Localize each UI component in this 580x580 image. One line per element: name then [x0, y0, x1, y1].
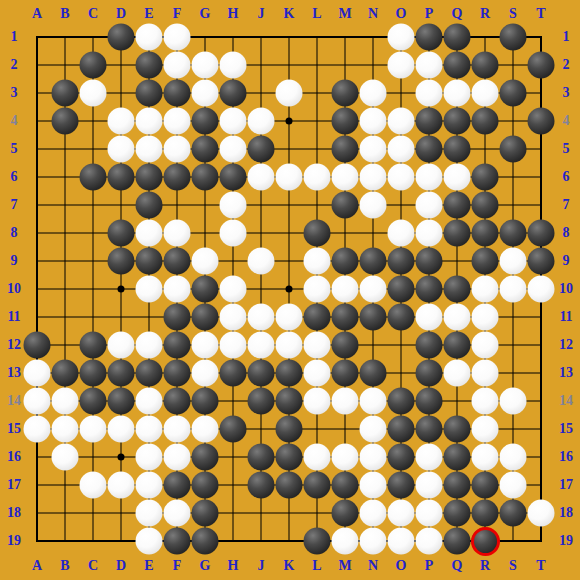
stone-white-P7[interactable]: [416, 192, 443, 219]
stone-white-P18[interactable]: [416, 500, 443, 527]
stone-white-R14[interactable]: [472, 388, 499, 415]
stone-black-M7[interactable]: [332, 192, 359, 219]
column-label-top: J: [249, 6, 273, 22]
stone-black-C2[interactable]: [80, 52, 107, 79]
stone-white-Q3[interactable]: [444, 80, 471, 107]
row-label-left: 12: [2, 337, 26, 353]
stone-white-T18[interactable]: [528, 500, 555, 527]
stone-black-D9[interactable]: [108, 248, 135, 275]
stone-black-S8[interactable]: [500, 220, 527, 247]
column-label-bottom: A: [25, 558, 49, 574]
stone-black-B3[interactable]: [52, 80, 79, 107]
stone-black-Q16[interactable]: [444, 444, 471, 471]
stone-white-R3[interactable]: [472, 80, 499, 107]
stone-black-F14[interactable]: [164, 388, 191, 415]
stone-black-D6[interactable]: [108, 164, 135, 191]
stone-white-H12[interactable]: [220, 332, 247, 359]
stone-white-E18[interactable]: [136, 500, 163, 527]
column-label-top: P: [417, 6, 441, 22]
stone-black-J5[interactable]: [248, 136, 275, 163]
stone-black-R7[interactable]: [472, 192, 499, 219]
stone-black-J13[interactable]: [248, 360, 275, 387]
stone-black-F3[interactable]: [164, 80, 191, 107]
row-label-right: 11: [554, 309, 578, 325]
stone-black-C14[interactable]: [80, 388, 107, 415]
stone-white-N5[interactable]: [360, 136, 387, 163]
stone-white-G2[interactable]: [192, 52, 219, 79]
stone-white-O6[interactable]: [388, 164, 415, 191]
stone-black-F6[interactable]: [164, 164, 191, 191]
stone-white-J11[interactable]: [248, 304, 275, 331]
stone-white-G12[interactable]: [192, 332, 219, 359]
stone-white-D4[interactable]: [108, 108, 135, 135]
stone-black-Q8[interactable]: [444, 220, 471, 247]
stone-white-N16[interactable]: [360, 444, 387, 471]
stone-black-L19[interactable]: [304, 528, 331, 555]
stone-black-D13[interactable]: [108, 360, 135, 387]
stone-black-G10[interactable]: [192, 276, 219, 303]
stone-white-H10[interactable]: [220, 276, 247, 303]
row-label-left: 10: [2, 281, 26, 297]
stone-white-Q6[interactable]: [444, 164, 471, 191]
stone-black-O15[interactable]: [388, 416, 415, 443]
stone-white-R13[interactable]: [472, 360, 499, 387]
row-label-left: 9: [2, 253, 26, 269]
stone-black-M12[interactable]: [332, 332, 359, 359]
stone-black-R4[interactable]: [472, 108, 499, 135]
column-label-top: N: [361, 6, 385, 22]
stone-black-M3[interactable]: [332, 80, 359, 107]
stone-white-P19[interactable]: [416, 528, 443, 555]
stone-white-S17[interactable]: [500, 472, 527, 499]
stone-black-A12[interactable]: [24, 332, 51, 359]
column-label-bottom: B: [53, 558, 77, 574]
stone-black-E6[interactable]: [136, 164, 163, 191]
stone-black-Q12[interactable]: [444, 332, 471, 359]
stone-white-H7[interactable]: [220, 192, 247, 219]
column-label-bottom: L: [305, 558, 329, 574]
stone-black-G18[interactable]: [192, 500, 219, 527]
stone-white-O4[interactable]: [388, 108, 415, 135]
stone-black-O14[interactable]: [388, 388, 415, 415]
stone-white-F5[interactable]: [164, 136, 191, 163]
stone-black-D14[interactable]: [108, 388, 135, 415]
stone-white-L9[interactable]: [304, 248, 331, 275]
stone-white-F4[interactable]: [164, 108, 191, 135]
stone-black-M18[interactable]: [332, 500, 359, 527]
stone-white-N3[interactable]: [360, 80, 387, 107]
stone-black-R18[interactable]: [472, 500, 499, 527]
stone-white-C15[interactable]: [80, 416, 107, 443]
stone-white-N10[interactable]: [360, 276, 387, 303]
stone-black-G19[interactable]: [192, 528, 219, 555]
stone-white-A13[interactable]: [24, 360, 51, 387]
stone-white-E14[interactable]: [136, 388, 163, 415]
stone-black-M5[interactable]: [332, 136, 359, 163]
stone-white-K3[interactable]: [276, 80, 303, 107]
stone-black-M17[interactable]: [332, 472, 359, 499]
stone-white-N14[interactable]: [360, 388, 387, 415]
stone-black-R2[interactable]: [472, 52, 499, 79]
column-label-top: K: [277, 6, 301, 22]
stone-black-K14[interactable]: [276, 388, 303, 415]
stone-black-F19[interactable]: [164, 528, 191, 555]
stone-white-F18[interactable]: [164, 500, 191, 527]
row-label-right: 6: [554, 169, 578, 185]
stone-black-N11[interactable]: [360, 304, 387, 331]
stone-white-D17[interactable]: [108, 472, 135, 499]
stone-black-O17[interactable]: [388, 472, 415, 499]
row-label-right: 16: [554, 449, 578, 465]
stone-white-P11[interactable]: [416, 304, 443, 331]
column-label-bottom: G: [193, 558, 217, 574]
stone-white-G3[interactable]: [192, 80, 219, 107]
stone-black-T9[interactable]: [528, 248, 555, 275]
stone-white-E1[interactable]: [136, 24, 163, 51]
stone-black-R19[interactable]: [472, 528, 499, 555]
stone-black-E9[interactable]: [136, 248, 163, 275]
stone-white-E5[interactable]: [136, 136, 163, 163]
row-label-right: 1: [554, 29, 578, 45]
stone-white-F15[interactable]: [164, 416, 191, 443]
row-label-right: 15: [554, 421, 578, 437]
stone-black-O16[interactable]: [388, 444, 415, 471]
stone-black-O9[interactable]: [388, 248, 415, 275]
stone-black-S3[interactable]: [500, 80, 527, 107]
column-label-bottom: N: [361, 558, 385, 574]
stone-white-B16[interactable]: [52, 444, 79, 471]
stone-white-K6[interactable]: [276, 164, 303, 191]
row-label-left: 18: [2, 505, 26, 521]
stone-white-P6[interactable]: [416, 164, 443, 191]
stone-white-K11[interactable]: [276, 304, 303, 331]
stone-white-P2[interactable]: [416, 52, 443, 79]
stone-white-A14[interactable]: [24, 388, 51, 415]
row-label-right: 3: [554, 85, 578, 101]
stone-white-E19[interactable]: [136, 528, 163, 555]
stone-white-M16[interactable]: [332, 444, 359, 471]
stone-black-Q2[interactable]: [444, 52, 471, 79]
row-label-left: 2: [2, 57, 26, 73]
stone-black-G16[interactable]: [192, 444, 219, 471]
stone-white-K12[interactable]: [276, 332, 303, 359]
stone-white-R15[interactable]: [472, 416, 499, 443]
stone-black-J16[interactable]: [248, 444, 275, 471]
stone-white-E8[interactable]: [136, 220, 163, 247]
stone-black-P10[interactable]: [416, 276, 443, 303]
stone-white-L12[interactable]: [304, 332, 331, 359]
stone-black-F11[interactable]: [164, 304, 191, 331]
stone-white-O2[interactable]: [388, 52, 415, 79]
stone-white-Q11[interactable]: [444, 304, 471, 331]
stone-white-N15[interactable]: [360, 416, 387, 443]
stone-white-L13[interactable]: [304, 360, 331, 387]
column-label-top: S: [501, 6, 525, 22]
stone-white-H5[interactable]: [220, 136, 247, 163]
stone-white-J12[interactable]: [248, 332, 275, 359]
stone-black-T8[interactable]: [528, 220, 555, 247]
stone-black-Q7[interactable]: [444, 192, 471, 219]
row-label-right: 2: [554, 57, 578, 73]
stone-white-E4[interactable]: [136, 108, 163, 135]
stone-black-H6[interactable]: [220, 164, 247, 191]
stone-black-G11[interactable]: [192, 304, 219, 331]
stone-white-E12[interactable]: [136, 332, 163, 359]
row-label-left: 13: [2, 365, 26, 381]
column-label-top: B: [53, 6, 77, 22]
stone-black-H13[interactable]: [220, 360, 247, 387]
stone-black-Q10[interactable]: [444, 276, 471, 303]
stone-white-G15[interactable]: [192, 416, 219, 443]
row-label-left: 15: [2, 421, 26, 437]
row-label-right: 10: [554, 281, 578, 297]
stone-black-E3[interactable]: [136, 80, 163, 107]
stone-white-F10[interactable]: [164, 276, 191, 303]
stone-white-S14[interactable]: [500, 388, 527, 415]
stone-black-Q17[interactable]: [444, 472, 471, 499]
stone-white-A15[interactable]: [24, 416, 51, 443]
stone-black-G17[interactable]: [192, 472, 219, 499]
stone-black-R8[interactable]: [472, 220, 499, 247]
stone-white-D15[interactable]: [108, 416, 135, 443]
stone-black-P15[interactable]: [416, 416, 443, 443]
stone-black-Q5[interactable]: [444, 136, 471, 163]
stone-black-G4[interactable]: [192, 108, 219, 135]
stone-white-H11[interactable]: [220, 304, 247, 331]
stone-white-O5[interactable]: [388, 136, 415, 163]
stone-white-R16[interactable]: [472, 444, 499, 471]
stone-black-R17[interactable]: [472, 472, 499, 499]
stone-white-T10[interactable]: [528, 276, 555, 303]
row-label-right: 8: [554, 225, 578, 241]
row-label-right: 12: [554, 337, 578, 353]
stone-black-F9[interactable]: [164, 248, 191, 275]
stone-black-P13[interactable]: [416, 360, 443, 387]
row-label-left: 19: [2, 533, 26, 549]
stone-white-F16[interactable]: [164, 444, 191, 471]
stone-black-E2[interactable]: [136, 52, 163, 79]
stone-white-C3[interactable]: [80, 80, 107, 107]
stone-white-L10[interactable]: [304, 276, 331, 303]
stone-black-C6[interactable]: [80, 164, 107, 191]
stone-black-G5[interactable]: [192, 136, 219, 163]
stone-black-Q15[interactable]: [444, 416, 471, 443]
stone-black-D1[interactable]: [108, 24, 135, 51]
stone-black-D8[interactable]: [108, 220, 135, 247]
stone-black-S1[interactable]: [500, 24, 527, 51]
stone-black-O10[interactable]: [388, 276, 415, 303]
stone-black-M11[interactable]: [332, 304, 359, 331]
stone-white-M6[interactable]: [332, 164, 359, 191]
stone-white-F8[interactable]: [164, 220, 191, 247]
stone-white-D12[interactable]: [108, 332, 135, 359]
stone-white-G9[interactable]: [192, 248, 219, 275]
stone-black-Q4[interactable]: [444, 108, 471, 135]
star-point: [286, 286, 293, 293]
stone-black-L11[interactable]: [304, 304, 331, 331]
stone-white-F1[interactable]: [164, 24, 191, 51]
column-label-top: T: [529, 6, 553, 22]
row-label-right: 4: [554, 113, 578, 129]
row-label-left: 8: [2, 225, 26, 241]
stone-black-P1[interactable]: [416, 24, 443, 51]
stone-black-R9[interactable]: [472, 248, 499, 275]
stone-white-M14[interactable]: [332, 388, 359, 415]
stone-black-H3[interactable]: [220, 80, 247, 107]
column-label-bottom: H: [221, 558, 245, 574]
stone-black-B4[interactable]: [52, 108, 79, 135]
stone-white-D5[interactable]: [108, 136, 135, 163]
stone-white-J4[interactable]: [248, 108, 275, 135]
stone-white-E10[interactable]: [136, 276, 163, 303]
column-label-bottom: S: [501, 558, 525, 574]
stone-white-L6[interactable]: [304, 164, 331, 191]
column-label-bottom: E: [137, 558, 161, 574]
stone-black-K16[interactable]: [276, 444, 303, 471]
stone-white-M19[interactable]: [332, 528, 359, 555]
stone-white-R10[interactable]: [472, 276, 499, 303]
stone-black-E13[interactable]: [136, 360, 163, 387]
stone-white-H8[interactable]: [220, 220, 247, 247]
stone-white-P16[interactable]: [416, 444, 443, 471]
column-label-bottom: P: [417, 558, 441, 574]
stone-white-N6[interactable]: [360, 164, 387, 191]
row-label-left: 14: [2, 393, 26, 409]
stone-black-L17[interactable]: [304, 472, 331, 499]
row-label-left: 6: [2, 169, 26, 185]
star-point: [118, 286, 125, 293]
column-label-bottom: K: [277, 558, 301, 574]
stone-black-Q1[interactable]: [444, 24, 471, 51]
stone-black-P9[interactable]: [416, 248, 443, 275]
row-label-left: 16: [2, 449, 26, 465]
stone-white-S16[interactable]: [500, 444, 527, 471]
stone-black-K17[interactable]: [276, 472, 303, 499]
star-point: [286, 118, 293, 125]
stone-black-J14[interactable]: [248, 388, 275, 415]
stone-white-E17[interactable]: [136, 472, 163, 499]
stone-black-F12[interactable]: [164, 332, 191, 359]
stone-white-N4[interactable]: [360, 108, 387, 135]
column-label-top: E: [137, 6, 161, 22]
row-label-right: 19: [554, 533, 578, 549]
column-label-top: H: [221, 6, 245, 22]
stone-black-C12[interactable]: [80, 332, 107, 359]
stone-white-Q13[interactable]: [444, 360, 471, 387]
column-label-bottom: M: [333, 558, 357, 574]
stone-black-Q19[interactable]: [444, 528, 471, 555]
stone-black-S18[interactable]: [500, 500, 527, 527]
stone-black-P12[interactable]: [416, 332, 443, 359]
stone-white-H2[interactable]: [220, 52, 247, 79]
column-label-bottom: R: [473, 558, 497, 574]
stone-black-M13[interactable]: [332, 360, 359, 387]
stone-white-R11[interactable]: [472, 304, 499, 331]
stone-black-M9[interactable]: [332, 248, 359, 275]
stone-white-H4[interactable]: [220, 108, 247, 135]
column-label-top: D: [109, 6, 133, 22]
stone-white-N7[interactable]: [360, 192, 387, 219]
stone-white-O18[interactable]: [388, 500, 415, 527]
go-board[interactable]: AABBCCDDEEFFGGHHJJKKLLMMNNOOPPQQRRSSTT11…: [0, 0, 580, 580]
row-label-left: 17: [2, 477, 26, 493]
row-label-left: 1: [2, 29, 26, 45]
stone-white-G13[interactable]: [192, 360, 219, 387]
row-label-right: 18: [554, 505, 578, 521]
stone-white-O1[interactable]: [388, 24, 415, 51]
stone-white-L16[interactable]: [304, 444, 331, 471]
stone-black-G14[interactable]: [192, 388, 219, 415]
column-label-bottom: J: [249, 558, 273, 574]
stone-white-C17[interactable]: [80, 472, 107, 499]
column-label-top: O: [389, 6, 413, 22]
column-label-top: L: [305, 6, 329, 22]
stone-white-S9[interactable]: [500, 248, 527, 275]
stone-black-F17[interactable]: [164, 472, 191, 499]
stone-white-B14[interactable]: [52, 388, 79, 415]
column-label-bottom: D: [109, 558, 133, 574]
stone-white-P17[interactable]: [416, 472, 443, 499]
row-label-left: 11: [2, 309, 26, 325]
stone-black-S5[interactable]: [500, 136, 527, 163]
column-label-bottom: T: [529, 558, 553, 574]
stone-white-N18[interactable]: [360, 500, 387, 527]
stone-black-J17[interactable]: [248, 472, 275, 499]
stone-black-T2[interactable]: [528, 52, 555, 79]
stone-white-E16[interactable]: [136, 444, 163, 471]
stone-black-R6[interactable]: [472, 164, 499, 191]
column-label-bottom: Q: [445, 558, 469, 574]
stone-white-M10[interactable]: [332, 276, 359, 303]
column-label-bottom: O: [389, 558, 413, 574]
stone-black-O11[interactable]: [388, 304, 415, 331]
stone-white-P3[interactable]: [416, 80, 443, 107]
stone-black-K13[interactable]: [276, 360, 303, 387]
stone-black-H15[interactable]: [220, 416, 247, 443]
stone-black-N9[interactable]: [360, 248, 387, 275]
stone-white-O19[interactable]: [388, 528, 415, 555]
stone-white-J6[interactable]: [248, 164, 275, 191]
stone-black-B13[interactable]: [52, 360, 79, 387]
stone-white-O8[interactable]: [388, 220, 415, 247]
stone-white-N17[interactable]: [360, 472, 387, 499]
column-label-bottom: C: [81, 558, 105, 574]
stone-black-P5[interactable]: [416, 136, 443, 163]
stone-white-F2[interactable]: [164, 52, 191, 79]
stone-black-T4[interactable]: [528, 108, 555, 135]
stone-white-S10[interactable]: [500, 276, 527, 303]
stone-white-E15[interactable]: [136, 416, 163, 443]
stone-black-Q18[interactable]: [444, 500, 471, 527]
stone-black-F13[interactable]: [164, 360, 191, 387]
stone-white-P8[interactable]: [416, 220, 443, 247]
stone-white-L14[interactable]: [304, 388, 331, 415]
stone-black-L8[interactable]: [304, 220, 331, 247]
column-label-top: F: [165, 6, 189, 22]
stone-white-B15[interactable]: [52, 416, 79, 443]
stone-black-P4[interactable]: [416, 108, 443, 135]
stone-white-J9[interactable]: [248, 248, 275, 275]
stone-white-N19[interactable]: [360, 528, 387, 555]
stone-black-N13[interactable]: [360, 360, 387, 387]
stone-black-K15[interactable]: [276, 416, 303, 443]
stone-black-P14[interactable]: [416, 388, 443, 415]
stone-white-R12[interactable]: [472, 332, 499, 359]
stone-black-M4[interactable]: [332, 108, 359, 135]
stone-black-E7[interactable]: [136, 192, 163, 219]
stone-black-C13[interactable]: [80, 360, 107, 387]
stone-black-G6[interactable]: [192, 164, 219, 191]
